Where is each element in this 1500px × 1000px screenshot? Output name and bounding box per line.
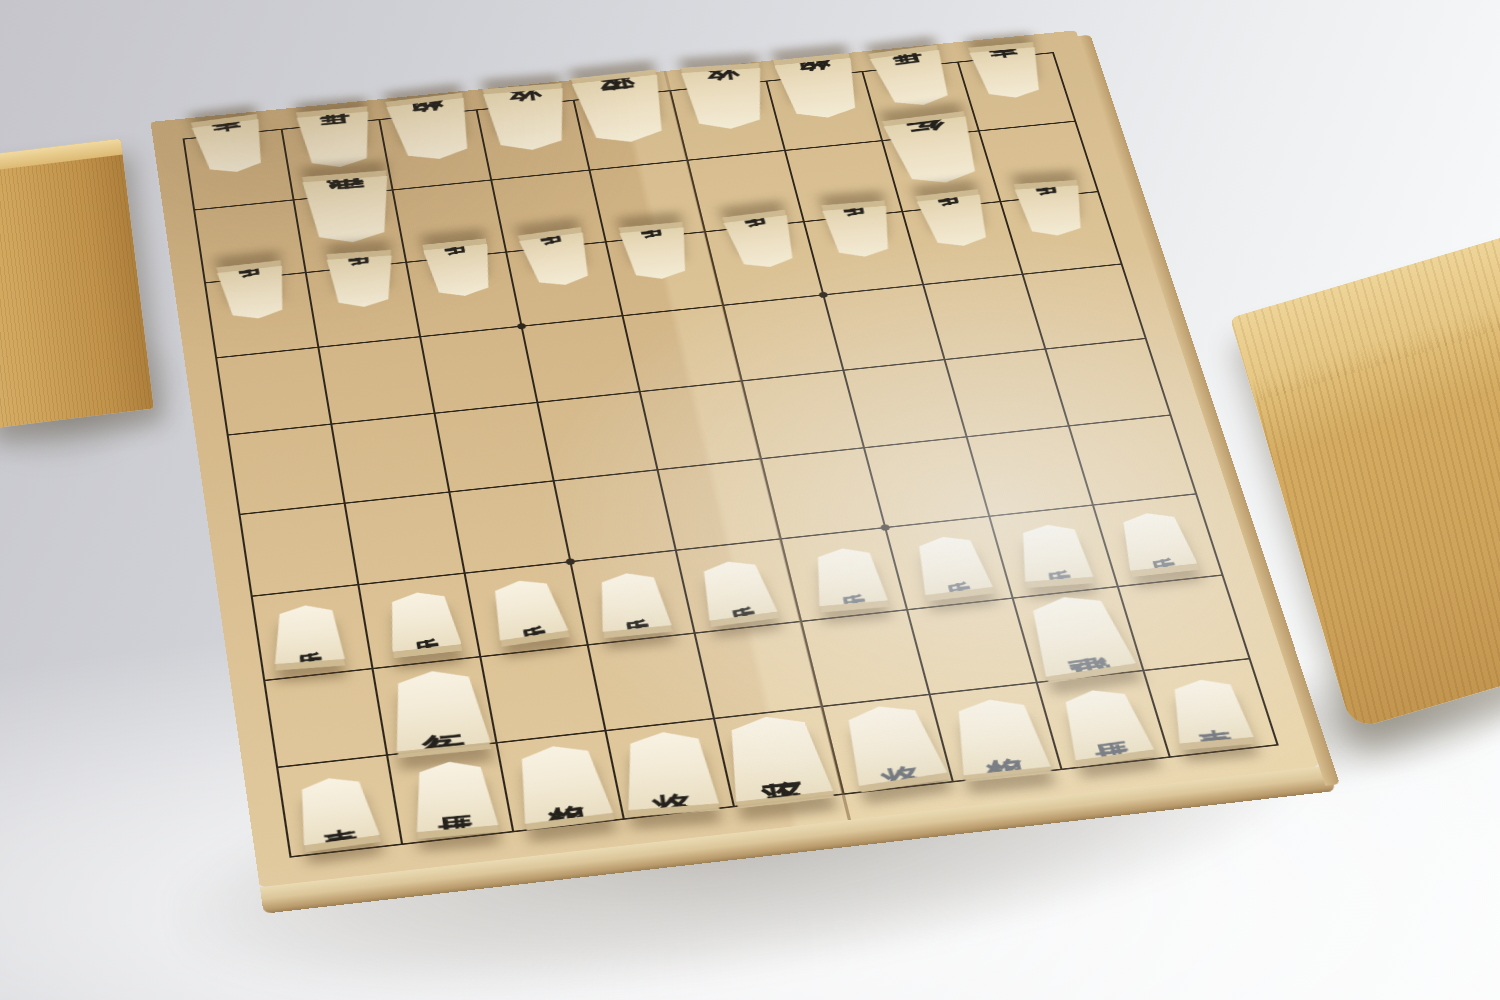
square-8c[interactable]: 歩兵 bbox=[307, 263, 419, 346]
square-8d[interactable] bbox=[319, 337, 433, 423]
piece-body: 銀将 bbox=[774, 58, 866, 121]
piece-kanji: 歩兵 bbox=[1139, 536, 1171, 544]
square-1d[interactable] bbox=[1024, 265, 1145, 349]
piece-kanji: 角行 bbox=[416, 704, 460, 713]
square-8f[interactable] bbox=[346, 493, 464, 584]
square-2d[interactable] bbox=[924, 275, 1044, 359]
square-3c[interactable]: 歩兵 bbox=[805, 212, 922, 294]
square-8g[interactable]: 歩兵 bbox=[360, 574, 480, 668]
square-1i[interactable]: 香車 bbox=[1145, 659, 1277, 756]
piece-body: 歩兵 bbox=[1014, 522, 1094, 581]
piece-kanji: 王将 bbox=[753, 752, 798, 761]
piece-body: 香車 bbox=[192, 119, 270, 176]
square-6d[interactable] bbox=[523, 316, 639, 401]
square-9d[interactable] bbox=[217, 348, 330, 434]
piece-body: 香車 bbox=[1164, 677, 1254, 744]
piece-body: 銀将 bbox=[946, 695, 1050, 775]
square-5b[interactable] bbox=[591, 161, 704, 241]
square-1f[interactable] bbox=[1070, 416, 1195, 504]
piece-body: 歩兵 bbox=[271, 603, 345, 664]
piece-kanji: 桂馬 bbox=[897, 76, 930, 84]
square-1e[interactable] bbox=[1047, 339, 1170, 425]
piece-body: 歩兵 bbox=[217, 266, 291, 322]
square-6g[interactable]: 歩兵 bbox=[572, 551, 694, 644]
square-1a[interactable]: 香車 bbox=[959, 53, 1074, 130]
piece-king-sente[interactable]: 王将 bbox=[718, 712, 833, 803]
piece-gold-gote[interactable]: 金将 bbox=[483, 88, 572, 153]
piece-kanji: 歩兵 bbox=[941, 218, 971, 225]
piece-body: 金将 bbox=[618, 729, 719, 810]
square-7i[interactable]: 銀将 bbox=[498, 731, 623, 830]
piece-body: 桂馬 bbox=[1054, 685, 1154, 760]
square-5d[interactable] bbox=[624, 306, 741, 391]
piece-body: 玉将 bbox=[572, 75, 674, 147]
piece-body: 香車 bbox=[969, 47, 1048, 100]
square-6f[interactable] bbox=[555, 471, 675, 561]
piece-kanji: 歩兵 bbox=[616, 597, 649, 604]
square-8i[interactable]: 桂馬 bbox=[388, 744, 512, 844]
piece-gold-sente[interactable]: 金将 bbox=[618, 729, 719, 810]
square-5i[interactable]: 王将 bbox=[715, 707, 842, 805]
square-5a[interactable]: 玉将 bbox=[575, 91, 687, 169]
piece-kanji: 桂馬 bbox=[434, 791, 472, 799]
piece-body: 歩兵 bbox=[694, 557, 777, 620]
piece-pawn-gote[interactable]: 歩兵 bbox=[620, 227, 694, 281]
piece-body: 香車 bbox=[292, 773, 380, 845]
piece-kanji: 歩兵 bbox=[445, 268, 476, 275]
square-4c[interactable]: 歩兵 bbox=[706, 222, 822, 304]
piece-kanji: 玉将 bbox=[603, 106, 643, 114]
piece-kanji: 香車 bbox=[317, 804, 353, 813]
piece-silver-gote[interactable]: 銀将 bbox=[774, 58, 866, 121]
piece-kanji: 飛車 bbox=[329, 207, 369, 214]
square-9f[interactable] bbox=[241, 504, 358, 595]
square-7d[interactable] bbox=[421, 327, 536, 413]
piece-kanji: 桂馬 bbox=[1085, 718, 1122, 727]
piece-kanji: 歩兵 bbox=[641, 251, 672, 257]
piece-pawn-gote[interactable]: 歩兵 bbox=[423, 244, 497, 299]
piece-gold-sente[interactable]: 金将 bbox=[835, 700, 947, 786]
piece-lance-gote[interactable]: 香車 bbox=[192, 119, 270, 176]
piece-body: 歩兵 bbox=[620, 227, 694, 281]
square-5g[interactable]: 歩兵 bbox=[677, 540, 800, 633]
piece-kanji: 桂馬 bbox=[320, 137, 354, 143]
piece-box-left bbox=[0, 139, 154, 430]
piece-knight-gote[interactable]: 桂馬 bbox=[297, 112, 377, 171]
piece-knight-sente[interactable]: 桂馬 bbox=[1054, 685, 1154, 760]
square-2e[interactable] bbox=[946, 350, 1068, 436]
piece-kanji: 金将 bbox=[509, 117, 546, 123]
piece-kanji: 歩兵 bbox=[1037, 209, 1067, 215]
square-4e[interactable] bbox=[743, 371, 863, 458]
square-8e[interactable] bbox=[332, 414, 448, 502]
piece-body: 歩兵 bbox=[592, 570, 671, 632]
square-3i[interactable]: 銀将 bbox=[931, 683, 1060, 781]
square-4a[interactable]: 金将 bbox=[671, 82, 784, 160]
piece-kanji: 角行 bbox=[916, 148, 955, 156]
piece-body: 桂馬 bbox=[297, 112, 377, 171]
piece-kanji: 歩兵 bbox=[406, 616, 439, 624]
piece-pawn-gote[interactable]: 歩兵 bbox=[917, 195, 996, 250]
piece-rook-gote[interactable]: 飛車 bbox=[303, 176, 396, 246]
piece-kanji: 香車 bbox=[993, 71, 1024, 77]
piece-kanji: 香車 bbox=[215, 144, 247, 152]
piece-body: 飛車 bbox=[303, 176, 396, 246]
square-6i[interactable]: 金将 bbox=[607, 719, 733, 818]
piece-silver-sente[interactable]: 銀将 bbox=[946, 695, 1050, 775]
square-7c[interactable]: 歩兵 bbox=[407, 253, 520, 336]
piece-pawn-sente[interactable]: 歩兵 bbox=[1014, 522, 1094, 581]
piece-bishop-sente[interactable]: 角行 bbox=[386, 667, 491, 752]
piece-pawn-sente[interactable]: 歩兵 bbox=[809, 546, 888, 607]
piece-kanji: 歩兵 bbox=[510, 604, 543, 613]
piece-pawn-gote[interactable]: 歩兵 bbox=[217, 266, 291, 322]
piece-body: 歩兵 bbox=[485, 576, 568, 641]
piece-body: 歩兵 bbox=[822, 206, 897, 259]
piece-kanji: 香車 bbox=[1191, 706, 1226, 713]
square-9h[interactable] bbox=[265, 669, 386, 766]
square-7e[interactable] bbox=[436, 403, 553, 491]
piece-body: 歩兵 bbox=[423, 244, 497, 299]
piece-pawn-sente[interactable]: 歩兵 bbox=[485, 576, 568, 641]
piece-kanji: 歩兵 bbox=[543, 257, 574, 265]
piece-pawn-sente[interactable]: 歩兵 bbox=[383, 589, 462, 652]
piece-knight-sente[interactable]: 桂馬 bbox=[409, 758, 499, 832]
piece-body: 歩兵 bbox=[1114, 510, 1198, 571]
square-4h[interactable] bbox=[802, 611, 928, 706]
piece-kanji: 歩兵 bbox=[747, 239, 778, 246]
square-7f[interactable] bbox=[450, 482, 569, 573]
square-6c[interactable]: 歩兵 bbox=[507, 243, 621, 326]
piece-body: 飛車 bbox=[1019, 591, 1136, 677]
piece-kanji: 銀将 bbox=[414, 127, 450, 135]
piece-pawn-gote[interactable]: 歩兵 bbox=[822, 206, 897, 259]
piece-kanji: 飛車 bbox=[1056, 628, 1099, 638]
piece-lance-sente[interactable]: 香車 bbox=[1164, 677, 1254, 744]
piece-body: 王将 bbox=[718, 712, 833, 803]
piece-kanji: 歩兵 bbox=[844, 229, 874, 235]
piece-body: 歩兵 bbox=[1015, 185, 1090, 237]
piece-body: 歩兵 bbox=[809, 546, 888, 607]
board-grid: 香車桂馬銀将金将玉将金将銀将桂馬香車飛車角行歩兵歩兵歩兵歩兵歩兵歩兵歩兵歩兵歩兵… bbox=[183, 52, 1279, 858]
piece-kanji: 銀将 bbox=[802, 86, 838, 93]
shogi-board: 香車桂馬銀将金将玉将金将銀将桂馬香車飛車角行歩兵歩兵歩兵歩兵歩兵歩兵歩兵歩兵歩兵… bbox=[150, 30, 1319, 887]
square-6h[interactable] bbox=[589, 634, 713, 730]
square-4f[interactable] bbox=[762, 449, 884, 539]
square-5h[interactable] bbox=[696, 622, 821, 717]
piece-kanji: 歩兵 bbox=[291, 630, 324, 637]
square-7a[interactable]: 銀将 bbox=[380, 111, 490, 190]
square-9e[interactable] bbox=[229, 425, 344, 514]
piece-kanji: 歩兵 bbox=[239, 290, 270, 297]
piece-kanji: 歩兵 bbox=[346, 279, 377, 285]
square-3h[interactable] bbox=[908, 599, 1035, 694]
piece-pawn-sente[interactable]: 歩兵 bbox=[592, 570, 671, 632]
piece-pawn-gote[interactable]: 歩兵 bbox=[1015, 185, 1090, 237]
piece-kanji: 銀将 bbox=[541, 777, 582, 787]
square-4d[interactable] bbox=[724, 296, 842, 381]
square-9i[interactable]: 香車 bbox=[278, 756, 401, 856]
piece-pawn-sente[interactable]: 歩兵 bbox=[1114, 510, 1198, 571]
piece-rook-sente[interactable]: 飛車 bbox=[1019, 591, 1136, 677]
piece-lance-gote[interactable]: 香車 bbox=[969, 47, 1048, 100]
square-4i[interactable]: 金将 bbox=[823, 695, 951, 793]
piece-kanji: 歩兵 bbox=[719, 585, 752, 593]
square-5c[interactable]: 歩兵 bbox=[607, 232, 722, 315]
square-1h[interactable] bbox=[1119, 576, 1248, 670]
piece-kanji: 歩兵 bbox=[832, 572, 864, 579]
piece-body: 歩兵 bbox=[327, 255, 397, 309]
square-6e[interactable] bbox=[538, 392, 656, 480]
square-9c[interactable]: 歩兵 bbox=[206, 273, 317, 357]
square-3e[interactable] bbox=[845, 360, 966, 447]
piece-gold-gote[interactable]: 金将 bbox=[681, 68, 770, 131]
square-4g[interactable]: 歩兵 bbox=[782, 528, 906, 620]
square-5f[interactable] bbox=[659, 460, 780, 550]
piece-body: 歩兵 bbox=[909, 533, 993, 595]
square-3a[interactable]: 銀将 bbox=[768, 72, 881, 149]
shogi-scene: 香車桂馬銀将金将玉将金将銀将桂馬香車飛車角行歩兵歩兵歩兵歩兵歩兵歩兵歩兵歩兵歩兵… bbox=[0, 0, 1500, 1000]
piece-kanji: 歩兵 bbox=[935, 560, 967, 568]
piece-king-gote[interactable]: 玉将 bbox=[572, 75, 674, 147]
piece-body: 歩兵 bbox=[383, 589, 462, 652]
piece-body: 金将 bbox=[835, 700, 947, 786]
square-2c[interactable]: 歩兵 bbox=[903, 202, 1021, 284]
piece-body: 桂馬 bbox=[409, 758, 499, 832]
piece-kanji: 金将 bbox=[707, 97, 744, 103]
square-6a[interactable]: 金将 bbox=[478, 101, 589, 179]
piece-kanji: 銀将 bbox=[978, 731, 1019, 739]
square-7h[interactable] bbox=[481, 646, 604, 742]
piece-body: 銀将 bbox=[386, 98, 478, 164]
piece-silver-sente[interactable]: 銀将 bbox=[510, 741, 613, 824]
piece-body: 桂馬 bbox=[870, 50, 958, 110]
piece-body: 銀将 bbox=[510, 741, 613, 824]
square-3f[interactable] bbox=[865, 438, 988, 527]
square-3g[interactable]: 歩兵 bbox=[886, 517, 1011, 609]
piece-pawn-gote[interactable]: 歩兵 bbox=[327, 255, 397, 309]
square-5e[interactable] bbox=[641, 382, 760, 469]
square-1c[interactable]: 歩兵 bbox=[1002, 192, 1121, 273]
piece-kanji: 歩兵 bbox=[1037, 549, 1069, 555]
square-9a[interactable]: 香車 bbox=[185, 130, 293, 209]
piece-pawn-sente[interactable]: 歩兵 bbox=[271, 603, 345, 664]
piece-silver-gote[interactable]: 銀将 bbox=[386, 98, 478, 164]
piece-pawn-gote[interactable]: 歩兵 bbox=[724, 215, 802, 271]
square-8h[interactable]: 角行 bbox=[374, 658, 496, 755]
piece-lance-sente[interactable]: 香車 bbox=[292, 773, 380, 845]
piece-body: 金将 bbox=[483, 88, 572, 153]
piece-body: 歩兵 bbox=[917, 195, 996, 250]
piece-knight-gote[interactable]: 桂馬 bbox=[870, 50, 958, 110]
piece-pawn-sente[interactable]: 歩兵 bbox=[909, 533, 993, 595]
piece-pawn-sente[interactable]: 歩兵 bbox=[694, 557, 777, 620]
piece-body: 金将 bbox=[681, 68, 770, 131]
square-7g[interactable]: 歩兵 bbox=[466, 562, 587, 655]
square-9g[interactable]: 歩兵 bbox=[253, 585, 372, 679]
piece-kanji: 金将 bbox=[870, 737, 912, 747]
piece-body: 角行 bbox=[386, 667, 491, 752]
piece-body: 歩兵 bbox=[724, 215, 802, 271]
square-3d[interactable] bbox=[824, 285, 943, 369]
piece-kanji: 金将 bbox=[647, 765, 689, 773]
square-1g[interactable]: 歩兵 bbox=[1094, 495, 1221, 586]
